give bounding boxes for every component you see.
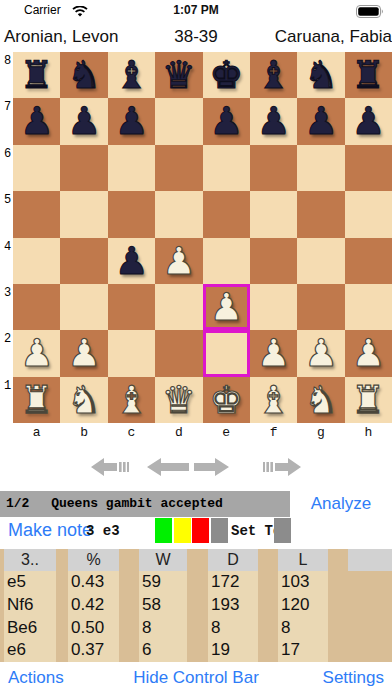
black-player-name: Caruana, Fabia (275, 27, 392, 47)
stats-column-3..: 3..e5Nf6Be6e6 (4, 549, 56, 662)
square-h5[interactable] (345, 191, 392, 237)
square-f4[interactable] (250, 238, 297, 284)
square-d5[interactable] (155, 191, 202, 237)
stats-cell-r1-c2[interactable]: 58 (139, 594, 187, 617)
square-e7[interactable]: ♟ (203, 98, 250, 144)
square-d3[interactable] (155, 284, 202, 330)
square-e4[interactable] (203, 238, 250, 284)
stats-cell-r2-c2[interactable]: 8 (139, 617, 187, 640)
stats-cell-r0-c1[interactable]: 0.43 (68, 571, 119, 594)
stats-cell-r2-c0[interactable]: Be6 (4, 617, 56, 640)
square-f2[interactable]: ♟ (250, 330, 297, 376)
square-e6[interactable] (203, 145, 250, 191)
green-chip-button[interactable] (155, 518, 172, 543)
stats-header-W: W (139, 549, 187, 571)
stats-cell-r2-c5 (348, 617, 392, 640)
rank-label-3: 3 (4, 286, 11, 300)
file-label-e: e (203, 425, 250, 441)
file-label-g: g (297, 425, 344, 441)
black-pawn: ♟ (345, 98, 392, 144)
black-rook: ♜ (13, 52, 60, 98)
square-c2[interactable] (108, 330, 155, 376)
stats-header-3..: 3.. (4, 549, 56, 571)
black-pawn: ♟ (108, 238, 155, 284)
rank-label-5: 5 (4, 193, 11, 207)
black-bishop: ♝ (108, 52, 155, 98)
result-label: 1/2 (6, 496, 29, 511)
white-queen: ♛ (155, 377, 202, 423)
red-chip-button[interactable] (192, 518, 209, 543)
square-d4[interactable]: ♟ (155, 238, 202, 284)
stats-header-L: L (278, 549, 328, 571)
yellow-chip-button[interactable] (174, 518, 191, 543)
square-f7[interactable]: ♟ (250, 98, 297, 144)
stats-header-extra (348, 549, 392, 571)
rank-label-7: 7 (4, 100, 11, 114)
file-label-a: a (13, 425, 60, 441)
square-f3[interactable] (250, 284, 297, 330)
white-pawn: ♟ (297, 330, 344, 376)
status-bar: Carrier 1:07 PM (0, 0, 392, 20)
stats-cell-r3-c4[interactable]: 17 (278, 639, 328, 662)
step-back-button[interactable] (147, 457, 189, 477)
opening-stats-table: 3..e5Nf6Be6e6%0.430.420.500.37W595886D17… (0, 549, 392, 662)
stats-cell-r2-c4[interactable]: 8 (278, 617, 328, 640)
square-a8[interactable]: ♜ (13, 52, 60, 98)
square-h2[interactable]: ♟ (345, 330, 392, 376)
black-knight: ♞ (60, 52, 107, 98)
move-navigation (0, 453, 392, 481)
square-h7[interactable]: ♟ (345, 98, 392, 144)
square-a4[interactable] (13, 238, 60, 284)
black-pawn: ♟ (13, 98, 60, 144)
stats-cell-r1-c5 (348, 594, 392, 617)
stats-cell-r1-c4[interactable]: 120 (278, 594, 328, 617)
square-b6[interactable] (60, 145, 107, 191)
square-b4[interactable] (60, 238, 107, 284)
white-rook: ♜ (13, 377, 60, 423)
gray-chip-button[interactable] (211, 518, 228, 543)
square-f8[interactable]: ♝ (250, 52, 297, 98)
stats-header-%: % (68, 549, 119, 571)
square-c3[interactable] (108, 284, 155, 330)
stats-cell-r3-c1[interactable]: 0.37 (68, 639, 119, 662)
square-c6[interactable] (108, 145, 155, 191)
black-pawn: ♟ (108, 98, 155, 144)
stats-cell-r0-c2[interactable]: 59 (139, 571, 187, 594)
white-bishop: ♝ (250, 377, 297, 423)
white-king: ♚ (203, 377, 250, 423)
square-g1[interactable]: ♞ (297, 377, 344, 423)
square-f5[interactable] (250, 191, 297, 237)
square-g3[interactable] (297, 284, 344, 330)
file-label-b: b (60, 425, 107, 441)
square-a5[interactable] (13, 191, 60, 237)
white-knight: ♞ (60, 377, 107, 423)
white-pawn: ♟ (155, 238, 202, 284)
square-g6[interactable] (297, 145, 344, 191)
square-a1[interactable]: ♜ (13, 377, 60, 423)
file-labels: abcdefgh (13, 425, 392, 441)
black-pawn: ♟ (250, 98, 297, 144)
file-label-c: c (108, 425, 155, 441)
step-forward-button[interactable] (194, 457, 229, 477)
white-rook: ♜ (345, 377, 392, 423)
analyze-button[interactable]: Analyze (290, 491, 392, 517)
white-knight: ♞ (297, 377, 344, 423)
square-b7[interactable]: ♟ (60, 98, 107, 144)
square-e2[interactable] (203, 330, 250, 376)
square-b1[interactable]: ♞ (60, 377, 107, 423)
square-c5[interactable] (108, 191, 155, 237)
square-h4[interactable] (345, 238, 392, 284)
game-header: Aronian, Levon 38-39 Caruana, Fabia (0, 22, 392, 50)
file-label-f: f (250, 425, 297, 441)
stats-column-extra (348, 549, 392, 662)
rank-label-1: 1 (4, 379, 11, 393)
square-g8[interactable]: ♞ (297, 52, 344, 98)
chess-board[interactable]: ♜♞♝♛♚♝♞♜♟♟♟♟♟♟♟♟♟♟♟♟♟♟♟♜♞♝♛♚♝♞♜ (13, 52, 392, 423)
white-bishop: ♝ (108, 377, 155, 423)
square-b5[interactable] (60, 191, 107, 237)
square-g7[interactable]: ♟ (297, 98, 344, 144)
go-to-start-button[interactable] (91, 457, 129, 477)
black-pawn: ♟ (297, 98, 344, 144)
black-queen: ♛ (155, 52, 202, 98)
square-b2[interactable]: ♟ (60, 330, 107, 376)
rank-label-8: 8 (4, 54, 11, 68)
square-h3[interactable] (345, 284, 392, 330)
bottom-toolbar: Actions Hide Control Bar Settings (0, 662, 392, 696)
square-a3[interactable] (13, 284, 60, 330)
square-d2[interactable] (155, 330, 202, 376)
square-f1[interactable]: ♝ (250, 377, 297, 423)
black-bishop: ♝ (250, 52, 297, 98)
square-d1[interactable]: ♛ (155, 377, 202, 423)
stats-column-D: D172193819 (208, 549, 258, 662)
square-c7[interactable]: ♟ (108, 98, 155, 144)
clock: 1:07 PM (0, 3, 392, 17)
stats-cell-r3-c0[interactable]: e6 (4, 639, 56, 662)
settings-button[interactable]: Settings (323, 662, 384, 694)
square-g2[interactable]: ♟ (297, 330, 344, 376)
square-d8[interactable]: ♛ (155, 52, 202, 98)
stats-cell-r3-c5 (348, 639, 392, 662)
square-d6[interactable] (155, 145, 202, 191)
square-b3[interactable] (60, 284, 107, 330)
square-h1[interactable]: ♜ (345, 377, 392, 423)
black-knight: ♞ (297, 52, 344, 98)
square-e1[interactable]: ♚ (203, 377, 250, 423)
rank-label-2: 2 (4, 332, 11, 346)
stats-column-L: L103120817 (278, 549, 328, 662)
black-king: ♚ (203, 52, 250, 98)
square-c8[interactable]: ♝ (108, 52, 155, 98)
square-e3[interactable]: ♟ (203, 284, 250, 330)
file-label-d: d (155, 425, 202, 441)
black-pawn: ♟ (60, 98, 107, 144)
square-a2[interactable]: ♟ (13, 330, 60, 376)
white-pawn: ♟ (250, 330, 297, 376)
white-pawn: ♟ (203, 284, 250, 330)
black-pawn: ♟ (203, 98, 250, 144)
stats-cell-r0-c4[interactable]: 103 (278, 571, 328, 594)
square-a7[interactable]: ♟ (13, 98, 60, 144)
square-e5[interactable] (203, 191, 250, 237)
white-pawn: ♟ (345, 330, 392, 376)
rank-label-6: 6 (4, 147, 11, 161)
square-e8[interactable]: ♚ (203, 52, 250, 98)
white-pawn: ♟ (60, 330, 107, 376)
stats-cell-r0-c0[interactable]: e5 (4, 571, 56, 594)
rank-label-4: 4 (4, 240, 11, 254)
stats-header-D: D (208, 549, 258, 571)
square-h8[interactable]: ♜ (345, 52, 392, 98)
square-c1[interactable]: ♝ (108, 377, 155, 423)
stats-cell-r0-c5 (348, 571, 392, 594)
opening-caption-bar: 1/2 Queens gambit accepted (0, 491, 290, 517)
stats-cell-r0-c3[interactable]: 172 (208, 571, 258, 594)
white-pawn: ♟ (13, 330, 60, 376)
go-to-end-button[interactable] (263, 457, 301, 477)
current-move-label: 3 e3 (86, 523, 120, 539)
opening-name: Queens gambit accepted (51, 496, 223, 511)
square-g5[interactable] (297, 191, 344, 237)
stats-cell-r1-c3[interactable]: 193 (208, 594, 258, 617)
square-c4[interactable]: ♟ (108, 238, 155, 284)
black-rook: ♜ (345, 52, 392, 98)
square-f6[interactable] (250, 145, 297, 191)
make-note-button[interactable]: Make note (8, 520, 92, 541)
stats-cell-r1-c0[interactable]: Nf6 (4, 594, 56, 617)
square-d7[interactable] (155, 98, 202, 144)
square-a6[interactable] (13, 145, 60, 191)
square-b8[interactable]: ♞ (60, 52, 107, 98)
stats-column-%: %0.430.420.500.37 (68, 549, 119, 662)
chess-app-screen: Carrier 1:07 PM Aronian, Levon 38-39 Car… (0, 0, 392, 696)
file-label-h: h (345, 425, 392, 441)
stats-cell-r2-c1[interactable]: 0.50 (68, 617, 119, 640)
square-g4[interactable] (297, 238, 344, 284)
stats-cell-r1-c1[interactable]: 0.42 (68, 594, 119, 617)
note-row: Make note 3 e3 Set To (0, 517, 392, 544)
stats-cell-r2-c3[interactable]: 8 (208, 617, 258, 640)
stats-column-W: W595886 (139, 549, 187, 662)
square-h6[interactable] (345, 145, 392, 191)
stats-cell-r3-c2[interactable]: 6 (139, 639, 187, 662)
stats-cell-r3-c3[interactable]: 19 (208, 639, 258, 662)
battery-icon (356, 4, 384, 22)
set-to-chip-button[interactable] (274, 518, 291, 543)
